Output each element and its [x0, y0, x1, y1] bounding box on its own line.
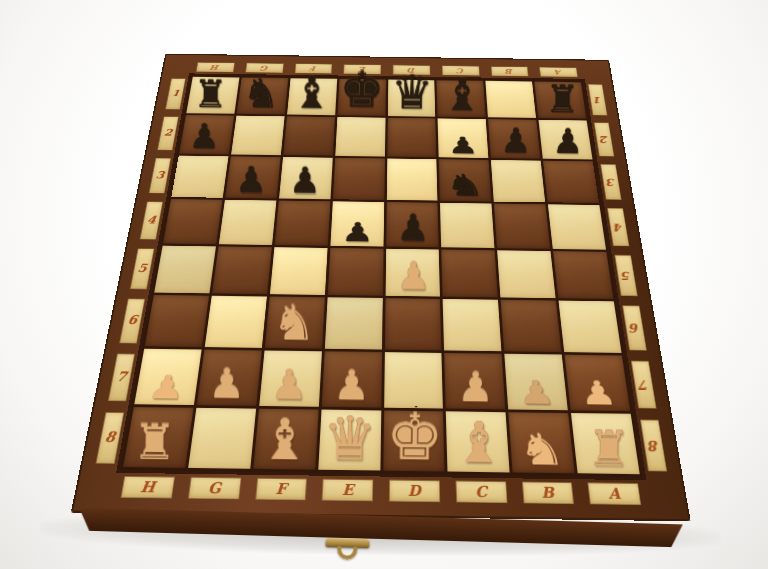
square-e3	[333, 158, 385, 200]
chess-set-photo: HGFEDCBA 12345678 ♜♞♝♚✚♛•••♝♜♟♟♟♟♟♟♞♟♟♟♞…	[0, 0, 768, 569]
square-h4	[163, 199, 222, 244]
chess-board: HGFEDCBA 12345678 ♜♞♝♚✚♛•••♝♜♟♟♟♟♟♟♞♟♟♟♞…	[71, 54, 691, 522]
square-c5	[442, 249, 499, 298]
frame-corner	[646, 480, 676, 509]
file-label-text: C	[475, 484, 487, 499]
squares-grid: ♜♞♝♚✚♛•••♝♜♟♟♟♟♟♟♞♟♟♟♞♟♟♟♟♟♟♟♜♝♛•••♚✚♝♞♜	[120, 75, 644, 477]
light-bishop-c8: ♝	[448, 414, 511, 471]
square-f2	[283, 116, 335, 155]
photo-backdrop: { "game": "chess", "scene": { "descripti…	[0, 0, 768, 569]
square-e1: ♚✚	[337, 79, 386, 116]
square-e2	[335, 117, 385, 156]
square-e7: ♟	[321, 351, 381, 407]
file-top-label-text: C	[457, 67, 464, 74]
square-h6	[145, 295, 209, 347]
square-d3	[386, 158, 437, 200]
square-a8: ♜	[571, 413, 640, 474]
rank-right-label-text: 2	[599, 135, 608, 144]
square-d7	[384, 352, 444, 408]
square-f3: ♟	[279, 157, 333, 199]
light-pawn-e7: ♟	[321, 365, 381, 407]
square-b4	[494, 203, 550, 248]
square-g4	[219, 200, 277, 245]
square-a5	[553, 251, 613, 300]
file-top-label-text: F	[310, 65, 317, 72]
dark-bishop-f1: ♝	[287, 70, 336, 114]
square-b8: ♞	[509, 412, 575, 473]
file-top-label-text: H	[211, 64, 220, 71]
rank-right-label-text: 7	[638, 377, 650, 390]
file-top-label-g: G	[245, 63, 284, 73]
file-label-h: H	[120, 476, 174, 499]
file-top-label-text: D	[408, 67, 416, 74]
rank-label-text: 1	[171, 89, 180, 98]
light-pawn-c7: ♟	[446, 367, 506, 409]
light-pawn-g7: ♟	[197, 363, 257, 405]
square-g7: ♟	[197, 350, 262, 406]
square-c3: ♞	[439, 159, 492, 201]
dark-knight-g1: ♞	[237, 73, 286, 114]
square-a6	[559, 301, 622, 353]
square-h1: ♜	[186, 77, 239, 114]
square-b3	[491, 160, 545, 202]
square-b6	[501, 300, 562, 352]
frame-corner	[170, 60, 191, 73]
square-d5: ♟	[385, 248, 440, 296]
file-top-label-a: A	[539, 67, 578, 77]
dark-pawn-b2: ♟	[491, 123, 541, 158]
light-knight-b8: ♞	[510, 428, 575, 472]
square-e5	[327, 248, 383, 296]
rank-label-text: 4	[146, 215, 157, 226]
light-pawn-h7: ♟	[134, 371, 198, 404]
square-h8: ♜	[123, 407, 193, 468]
rank-right-label-text: 6	[629, 322, 640, 334]
file-label-text: H	[140, 480, 156, 495]
dark-pawn-a2: ♟	[543, 124, 593, 159]
dark-pawn-g3: ♟	[225, 162, 277, 198]
rank-right-label-text: 8	[647, 438, 659, 452]
file-top-label-text: E	[359, 66, 366, 73]
light-pawn-f7: ♟	[259, 364, 319, 406]
square-f5	[270, 247, 328, 295]
light-pawn-b7: ♟	[506, 376, 568, 409]
square-d4: ♟	[386, 202, 439, 247]
rank-label-text: 5	[137, 263, 148, 274]
file-label-b: B	[521, 481, 574, 504]
square-a2: ♟	[539, 120, 593, 160]
rank-right-label-6: 6	[622, 306, 647, 351]
square-f4	[274, 200, 330, 245]
square-g2	[231, 116, 284, 155]
light-rook-h8: ♜	[123, 418, 186, 467]
square-h2: ♟	[179, 115, 234, 154]
rank-label-text: 3	[155, 170, 165, 180]
square-c6	[443, 299, 502, 351]
square-a3	[543, 160, 599, 202]
rank-right-label-text: 3	[606, 177, 616, 187]
file-top-label-b: B	[490, 66, 528, 76]
file-label-e: E	[322, 479, 374, 502]
square-c2: ♟	[438, 118, 489, 158]
square-d6	[384, 298, 441, 350]
square-c7: ♟	[444, 353, 505, 409]
dark-bishop-c1: ♝	[438, 72, 487, 116]
file-label-text: A	[608, 486, 621, 501]
file-label-a: A	[588, 482, 642, 505]
square-g3: ♟	[225, 156, 280, 198]
brass-clasp	[318, 538, 377, 564]
square-g6	[205, 296, 267, 348]
light-knight-f6: ♞	[265, 299, 323, 348]
square-c1: ♝	[437, 80, 486, 117]
file-label-text: F	[275, 481, 287, 496]
square-a7: ♟	[565, 355, 631, 411]
rank-right-label-7: 7	[631, 360, 657, 408]
dark-pawn-c2: ♟	[438, 134, 488, 157]
file-label-g: G	[188, 477, 242, 500]
rank-right-label-1: 1	[588, 84, 608, 116]
rank-right-label-2: 2	[594, 123, 615, 157]
square-b2: ♟	[488, 119, 540, 159]
rank-label-text: 7	[116, 370, 128, 383]
square-f8: ♝	[253, 409, 318, 470]
dark-pawn-e4: ♟	[330, 219, 384, 246]
dark-rook-a1: ♜	[538, 80, 587, 118]
square-g8	[188, 408, 256, 469]
frame-corner	[583, 66, 604, 79]
rank-right-label-5: 5	[614, 255, 638, 297]
square-f1: ♝	[287, 78, 337, 115]
light-rook-a8: ♜	[578, 424, 641, 473]
rank-label-text: 8	[104, 430, 117, 444]
light-king-d8: ♚✚	[383, 406, 446, 471]
file-top-label-text: B	[506, 68, 514, 75]
light-queen-e8: ♛•••	[318, 409, 381, 470]
file-label-text: E	[342, 482, 354, 497]
square-c8: ♝	[446, 411, 510, 472]
playing-area: ♜♞♝♚✚♛•••♝♜♟♟♟♟♟♟♞♟♟♟♞♟♟♟♟♟♟♟♜♝♛•••♚✚♝♞♜	[116, 73, 646, 480]
dark-knight-c3: ♞	[439, 170, 491, 200]
frame-corner	[85, 472, 116, 500]
square-d2	[387, 118, 437, 157]
square-g5	[212, 246, 272, 294]
rank-right-label-4: 4	[607, 208, 630, 247]
file-label-c: C	[455, 481, 507, 504]
square-d8: ♚✚	[383, 411, 445, 472]
light-pawn-a7: ♟	[567, 377, 630, 410]
rank-label-text: 6	[127, 315, 138, 327]
square-h3	[171, 155, 228, 197]
file-label-d: D	[389, 480, 440, 503]
dark-pawn-h2: ♟	[179, 119, 229, 154]
rank-label-text: 2	[163, 129, 173, 138]
square-e4: ♟	[330, 201, 384, 246]
dark-rook-h1: ♜	[186, 75, 235, 113]
clasp-loop	[337, 546, 357, 560]
square-f6: ♞	[265, 297, 325, 349]
square-h7: ♟	[134, 349, 201, 405]
rank-right-label-text: 4	[613, 221, 623, 232]
square-b5	[497, 250, 555, 299]
square-b1	[486, 81, 537, 118]
file-top-label-f: F	[294, 63, 332, 73]
square-h5	[154, 245, 216, 293]
file-label-text: B	[541, 485, 555, 500]
square-e8: ♛•••	[318, 410, 381, 471]
rank-right-label-8: 8	[640, 419, 668, 471]
dark-pawn-f3: ♟	[279, 162, 331, 198]
light-bishop-f8: ♝	[253, 412, 316, 469]
square-c4	[440, 203, 494, 248]
square-f7: ♟	[259, 351, 322, 407]
file-top-label-text: A	[555, 69, 563, 76]
square-a1: ♜	[534, 82, 586, 119]
file-top-label-h: H	[196, 62, 235, 72]
file-label-text: D	[408, 483, 421, 498]
file-top-label-d: D	[393, 65, 431, 75]
square-g1: ♞	[237, 77, 289, 114]
rank-right-label-text: 5	[621, 270, 632, 281]
file-top-label-c: C	[442, 66, 480, 76]
square-d1: ♛•••	[387, 80, 435, 117]
file-top-label-text: G	[260, 65, 268, 72]
rank-right-label-text: 1	[593, 95, 602, 104]
light-pawn-d5: ♟	[385, 257, 441, 296]
square-a4	[548, 204, 606, 249]
dark-pawn-d4: ♟	[386, 209, 440, 246]
perspective-scene: HGFEDCBA 12345678 ♜♞♝♚✚♛•••♝♜♟♟♟♟♟♟♞♟♟♟♞…	[71, 0, 700, 521]
square-e6	[324, 298, 382, 350]
file-label-f: F	[255, 478, 308, 501]
file-label-text: G	[207, 481, 221, 496]
square-b7: ♟	[505, 354, 568, 410]
file-top-label-e: E	[344, 64, 382, 74]
rank-right-label-3: 3	[600, 164, 622, 200]
